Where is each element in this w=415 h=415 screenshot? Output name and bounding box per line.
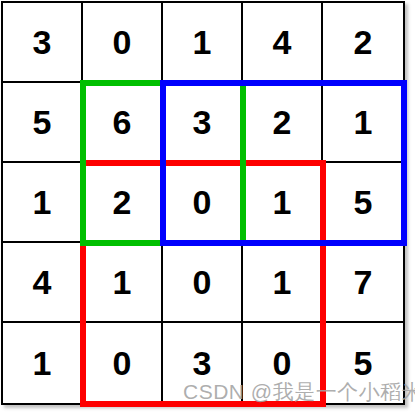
grid-cell-r4c1: 4 bbox=[3, 243, 83, 323]
grid-cell-r1c5: 2 bbox=[323, 3, 403, 83]
grid-cell-r2c4: 2 bbox=[243, 83, 323, 163]
grid-cell-r2c1: 5 bbox=[3, 83, 83, 163]
grid-cell-r5c1: 1 bbox=[3, 323, 83, 403]
grid-cell-r3c2: 2 bbox=[83, 163, 163, 243]
grid-cell-r1c2: 0 bbox=[83, 3, 163, 83]
grid-cell-r2c5: 1 bbox=[323, 83, 403, 163]
grid-cell-r3c4: 1 bbox=[243, 163, 323, 243]
grid-cell-r2c2: 6 bbox=[83, 83, 163, 163]
grid-cell-r1c3: 1 bbox=[163, 3, 243, 83]
grid-cell-r4c5: 7 bbox=[323, 243, 403, 323]
grid-cell-r4c4: 1 bbox=[243, 243, 323, 323]
watermark-text: CSDN @我是一个小稻米 bbox=[183, 380, 415, 403]
grid-cell-r5c2: 0 bbox=[83, 323, 163, 403]
number-grid: 3014256321120154101710305 bbox=[3, 3, 403, 403]
grid-cell-r4c3: 0 bbox=[163, 243, 243, 323]
grid-cell-r3c1: 1 bbox=[3, 163, 83, 243]
puzzle-board: 3014256321120154101710305 bbox=[1, 1, 405, 405]
grid-cell-r3c5: 5 bbox=[323, 163, 403, 243]
grid-cell-r3c3: 0 bbox=[163, 163, 243, 243]
page: 3014256321120154101710305 CSDN @我是一个小稻米 bbox=[0, 0, 415, 415]
grid-cell-r1c4: 4 bbox=[243, 3, 323, 83]
grid-cell-r1c1: 3 bbox=[3, 3, 83, 83]
grid-cell-r2c3: 3 bbox=[163, 83, 243, 163]
grid-cell-r4c2: 1 bbox=[83, 243, 163, 323]
